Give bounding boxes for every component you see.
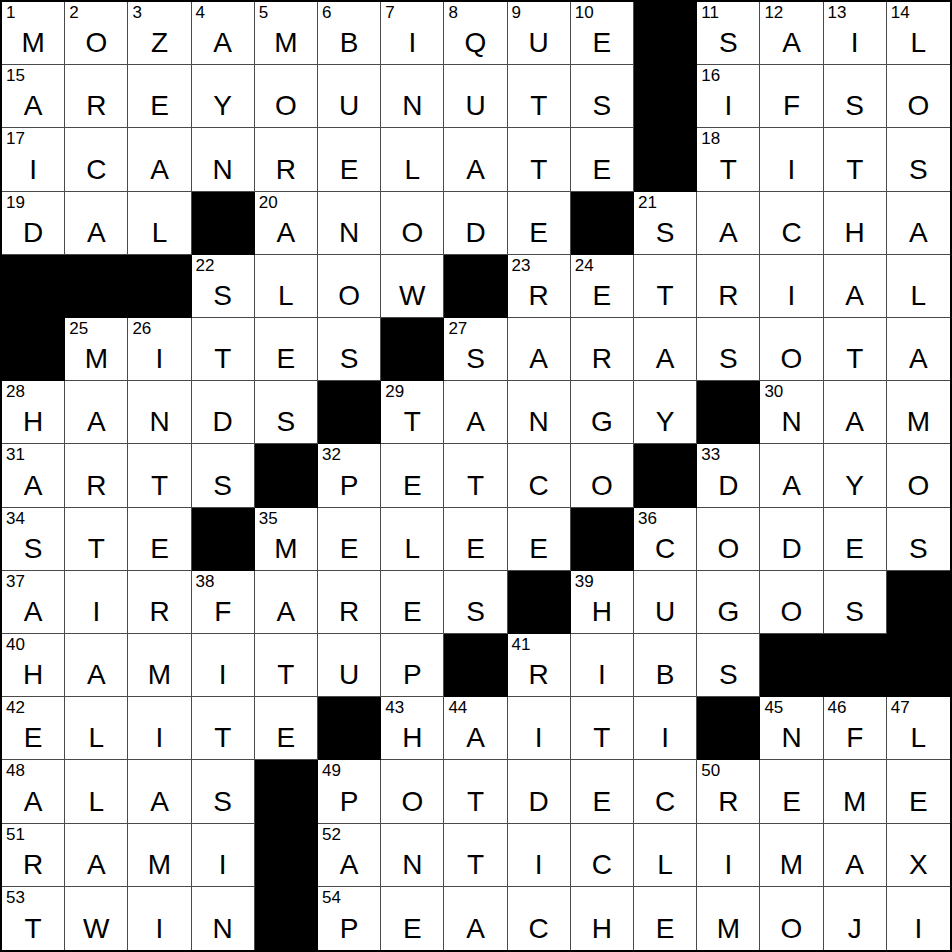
- cell-letter: A: [65, 851, 127, 879]
- cell-letter: I: [128, 724, 190, 752]
- cell-r6c9[interactable]: A: [508, 318, 571, 381]
- cell-letter: L: [887, 724, 950, 752]
- cell-r11c7[interactable]: P: [381, 634, 444, 697]
- cell-r14c2[interactable]: A: [65, 824, 128, 887]
- cell-letter: S: [192, 282, 254, 310]
- cell-r9c11[interactable]: 36C: [634, 508, 697, 571]
- cell-r14c6[interactable]: 52A: [318, 824, 381, 887]
- clue-number: 50: [701, 761, 720, 781]
- cell-r2c4[interactable]: Y: [192, 65, 255, 128]
- cell-r15c10[interactable]: H: [571, 887, 634, 950]
- cell-letter: E: [571, 156, 633, 184]
- cell-r6c10[interactable]: R: [571, 318, 634, 381]
- block-cell-r11c14: [824, 634, 887, 697]
- cell-r13c9[interactable]: D: [508, 760, 571, 823]
- clue-number: 48: [6, 761, 25, 781]
- cell-r10c7[interactable]: E: [381, 571, 444, 634]
- cell-letter: N: [760, 724, 822, 752]
- cell-letter: I: [697, 851, 759, 879]
- cell-letter: A: [65, 219, 127, 247]
- cell-r3c15[interactable]: S: [887, 128, 950, 191]
- cell-r3c12[interactable]: 18T: [697, 128, 760, 191]
- cell-r10c11[interactable]: U: [634, 571, 697, 634]
- cell-r4c12[interactable]: A: [697, 192, 760, 255]
- cell-r1c5[interactable]: 5M: [255, 2, 318, 65]
- cell-letter: U: [318, 92, 380, 120]
- clue-number: 24: [575, 256, 594, 276]
- cell-r2c5[interactable]: O: [255, 65, 318, 128]
- clue-number: 5: [259, 3, 268, 23]
- cell-r3c6[interactable]: E: [318, 128, 381, 191]
- cell-letter: N: [760, 408, 822, 436]
- cell-letter: D: [2, 219, 64, 247]
- clue-number: 32: [322, 445, 341, 465]
- cell-r3c13[interactable]: I: [760, 128, 823, 191]
- cell-letter: C: [760, 219, 822, 247]
- cell-letter: S: [634, 219, 696, 247]
- clue-number: 36: [638, 509, 657, 529]
- cell-r15c13[interactable]: O: [760, 887, 823, 950]
- cell-r12c10[interactable]: T: [571, 697, 634, 760]
- cell-r8c15[interactable]: O: [887, 444, 950, 507]
- cell-r12c4[interactable]: T: [192, 697, 255, 760]
- cell-r7c9[interactable]: N: [508, 381, 571, 444]
- clue-number: 11: [701, 3, 719, 23]
- cell-r12c8[interactable]: 44A: [444, 697, 507, 760]
- cell-letter: I: [192, 661, 254, 689]
- cell-r14c9[interactable]: I: [508, 824, 571, 887]
- cell-r14c10[interactable]: C: [571, 824, 634, 887]
- cell-letter: I: [824, 29, 886, 57]
- cell-r4c6[interactable]: N: [318, 192, 381, 255]
- cell-r8c8[interactable]: T: [444, 444, 507, 507]
- cell-r11c4[interactable]: I: [192, 634, 255, 697]
- cell-letter: N: [381, 851, 443, 879]
- block-cell-r5c1: [2, 255, 65, 318]
- cell-letter: E: [444, 535, 506, 563]
- cell-letter: O: [697, 535, 759, 563]
- cell-r11c9[interactable]: 41R: [508, 634, 571, 697]
- cell-letter: R: [697, 282, 759, 310]
- cell-letter: E: [381, 598, 443, 626]
- cell-r12c5[interactable]: E: [255, 697, 318, 760]
- cell-r6c11[interactable]: A: [634, 318, 697, 381]
- cell-r4c3[interactable]: L: [128, 192, 191, 255]
- cell-r8c6[interactable]: 32P: [318, 444, 381, 507]
- cell-letter: E: [571, 282, 633, 310]
- cell-r3c5[interactable]: R: [255, 128, 318, 191]
- cell-r2c3[interactable]: E: [128, 65, 191, 128]
- cell-r9c13[interactable]: D: [760, 508, 823, 571]
- cell-r3c3[interactable]: A: [128, 128, 191, 191]
- cell-r7c7[interactable]: 29T: [381, 381, 444, 444]
- cell-r7c11[interactable]: Y: [634, 381, 697, 444]
- cell-r8c1[interactable]: 31A: [2, 444, 65, 507]
- block-cell-r11c8: [444, 634, 507, 697]
- cell-r13c10[interactable]: E: [571, 760, 634, 823]
- cell-r1c14[interactable]: 13I: [824, 2, 887, 65]
- cell-r1c4[interactable]: 4A: [192, 2, 255, 65]
- cell-letter: O: [381, 788, 443, 816]
- cell-r13c13[interactable]: E: [760, 760, 823, 823]
- cell-r10c10[interactable]: 39H: [571, 571, 634, 634]
- cell-r14c7[interactable]: N: [381, 824, 444, 887]
- cell-letter: I: [192, 851, 254, 879]
- cell-r2c6[interactable]: U: [318, 65, 381, 128]
- cell-r15c2[interactable]: W: [65, 887, 128, 950]
- cell-r9c5[interactable]: 35M: [255, 508, 318, 571]
- clue-number: 35: [259, 509, 278, 529]
- cell-r12c3[interactable]: I: [128, 697, 191, 760]
- clue-number: 30: [764, 382, 783, 402]
- cell-r10c8[interactable]: S: [444, 571, 507, 634]
- cell-letter: L: [65, 724, 127, 752]
- cell-r4c2[interactable]: A: [65, 192, 128, 255]
- cell-r8c4[interactable]: S: [192, 444, 255, 507]
- cell-r9c14[interactable]: E: [824, 508, 887, 571]
- cell-r12c2[interactable]: L: [65, 697, 128, 760]
- cell-r5c7[interactable]: W: [381, 255, 444, 318]
- cell-r7c15[interactable]: M: [887, 381, 950, 444]
- block-cell-r6c7: [381, 318, 444, 381]
- cell-r13c11[interactable]: C: [634, 760, 697, 823]
- cell-r9c2[interactable]: T: [65, 508, 128, 571]
- cell-letter: O: [571, 472, 633, 500]
- cell-r13c2[interactable]: L: [65, 760, 128, 823]
- cell-r15c7[interactable]: E: [381, 887, 444, 950]
- cell-r10c13[interactable]: O: [760, 571, 823, 634]
- cell-r8c10[interactable]: O: [571, 444, 634, 507]
- cell-r14c4[interactable]: I: [192, 824, 255, 887]
- cell-r14c11[interactable]: L: [634, 824, 697, 887]
- cell-letter: S: [887, 535, 950, 563]
- cell-letter: L: [128, 219, 190, 247]
- cell-r7c10[interactable]: G: [571, 381, 634, 444]
- cell-r12c15[interactable]: 47L: [887, 697, 950, 760]
- cell-letter: E: [508, 535, 570, 563]
- cell-r6c3[interactable]: 26I: [128, 318, 191, 381]
- cell-letter: E: [634, 915, 696, 943]
- cell-r15c8[interactable]: A: [444, 887, 507, 950]
- cell-letter: C: [634, 788, 696, 816]
- cell-letter: C: [634, 535, 696, 563]
- cell-r12c13[interactable]: 45N: [760, 697, 823, 760]
- cell-letter: I: [128, 345, 190, 373]
- cell-r3c10[interactable]: E: [571, 128, 634, 191]
- cell-r11c12[interactable]: S: [697, 634, 760, 697]
- block-cell-r14c5: [255, 824, 318, 887]
- cell-r14c15[interactable]: X: [887, 824, 950, 887]
- cell-r3c14[interactable]: T: [824, 128, 887, 191]
- cell-r13c8[interactable]: T: [444, 760, 507, 823]
- cell-r12c1[interactable]: 42E: [2, 697, 65, 760]
- cell-letter: F: [192, 598, 254, 626]
- cell-r5c15[interactable]: L: [887, 255, 950, 318]
- cell-r7c4[interactable]: D: [192, 381, 255, 444]
- cell-letter: N: [192, 915, 254, 943]
- cell-r1c2[interactable]: 2O: [65, 2, 128, 65]
- cell-r14c8[interactable]: T: [444, 824, 507, 887]
- cell-letter: E: [381, 472, 443, 500]
- cell-r15c9[interactable]: C: [508, 887, 571, 950]
- cell-r12c9[interactable]: I: [508, 697, 571, 760]
- cell-r11c5[interactable]: T: [255, 634, 318, 697]
- cell-r11c11[interactable]: B: [634, 634, 697, 697]
- cell-r1c15[interactable]: 14L: [887, 2, 950, 65]
- cell-r5c4[interactable]: 22S: [192, 255, 255, 318]
- cell-r3c2[interactable]: C: [65, 128, 128, 191]
- cell-letter: H: [2, 408, 64, 436]
- cell-letter: X: [887, 851, 950, 879]
- cell-letter: A: [318, 851, 380, 879]
- clue-number: 39: [575, 572, 594, 592]
- cell-letter: A: [128, 156, 190, 184]
- cell-letter: U: [508, 29, 570, 57]
- cell-r9c9[interactable]: E: [508, 508, 571, 571]
- cell-r10c3[interactable]: R: [128, 571, 191, 634]
- clue-number: 54: [322, 888, 341, 908]
- cell-r6c14[interactable]: T: [824, 318, 887, 381]
- cell-letter: M: [760, 851, 822, 879]
- cell-r1c8[interactable]: 8Q: [444, 2, 507, 65]
- cell-r5c10[interactable]: 24E: [571, 255, 634, 318]
- cell-letter: I: [571, 661, 633, 689]
- cell-r8c9[interactable]: C: [508, 444, 571, 507]
- cell-r10c12[interactable]: G: [697, 571, 760, 634]
- cell-r5c12[interactable]: R: [697, 255, 760, 318]
- cell-r11c10[interactable]: I: [571, 634, 634, 697]
- cell-r15c1[interactable]: 53T: [2, 887, 65, 950]
- cell-r9c15[interactable]: S: [887, 508, 950, 571]
- cell-r1c3[interactable]: 3Z: [128, 2, 191, 65]
- cell-r3c1[interactable]: 17I: [2, 128, 65, 191]
- cell-r7c14[interactable]: A: [824, 381, 887, 444]
- cell-r2c12[interactable]: 16I: [697, 65, 760, 128]
- cell-r10c5[interactable]: A: [255, 571, 318, 634]
- cell-r2c13[interactable]: F: [760, 65, 823, 128]
- clue-number: 33: [701, 445, 720, 465]
- cell-r6c15[interactable]: A: [887, 318, 950, 381]
- cell-r14c13[interactable]: M: [760, 824, 823, 887]
- cell-r2c15[interactable]: O: [887, 65, 950, 128]
- cell-r13c3[interactable]: A: [128, 760, 191, 823]
- cell-r1c12[interactable]: 11S: [697, 2, 760, 65]
- cell-r14c3[interactable]: M: [128, 824, 191, 887]
- cell-r1c6[interactable]: 6B: [318, 2, 381, 65]
- clue-number: 45: [764, 698, 783, 718]
- cell-letter: B: [634, 661, 696, 689]
- crossword-grid: 1M2O3Z4A5M6B7I8Q9U10E11S12A13I14L15AREYO…: [0, 0, 952, 952]
- cell-r7c8[interactable]: A: [444, 381, 507, 444]
- cell-r12c11[interactable]: I: [634, 697, 697, 760]
- cell-r8c13[interactable]: A: [760, 444, 823, 507]
- cell-r12c14[interactable]: 46F: [824, 697, 887, 760]
- cell-r11c1[interactable]: 40H: [2, 634, 65, 697]
- cell-letter: S: [697, 345, 759, 373]
- cell-letter: A: [128, 788, 190, 816]
- cell-r1c7[interactable]: 7I: [381, 2, 444, 65]
- cell-r5c6[interactable]: O: [318, 255, 381, 318]
- cell-r2c14[interactable]: S: [824, 65, 887, 128]
- cell-r10c6[interactable]: R: [318, 571, 381, 634]
- cell-r4c1[interactable]: 19D: [2, 192, 65, 255]
- cell-letter: H: [2, 661, 64, 689]
- cell-letter: L: [381, 156, 443, 184]
- cell-r2c9[interactable]: T: [508, 65, 571, 128]
- cell-letter: W: [65, 915, 127, 943]
- cell-r3c4[interactable]: N: [192, 128, 255, 191]
- cell-r12c7[interactable]: 43H: [381, 697, 444, 760]
- cell-r14c12[interactable]: I: [697, 824, 760, 887]
- cell-r15c12[interactable]: M: [697, 887, 760, 950]
- cell-r8c7[interactable]: E: [381, 444, 444, 507]
- cell-letter: T: [128, 472, 190, 500]
- cell-r14c1[interactable]: 51R: [2, 824, 65, 887]
- clue-number: 43: [385, 698, 404, 718]
- cell-r7c5[interactable]: S: [255, 381, 318, 444]
- cell-r5c14[interactable]: A: [824, 255, 887, 318]
- cell-r7c2[interactable]: A: [65, 381, 128, 444]
- cell-r15c11[interactable]: E: [634, 887, 697, 950]
- cell-r15c4[interactable]: N: [192, 887, 255, 950]
- cell-r4c11[interactable]: 21S: [634, 192, 697, 255]
- cell-letter: O: [760, 915, 822, 943]
- cell-r9c3[interactable]: E: [128, 508, 191, 571]
- cell-r13c6[interactable]: 49P: [318, 760, 381, 823]
- cell-r4c8[interactable]: D: [444, 192, 507, 255]
- cell-r5c5[interactable]: L: [255, 255, 318, 318]
- cell-r9c12[interactable]: O: [697, 508, 760, 571]
- cell-r13c7[interactable]: O: [381, 760, 444, 823]
- cell-r9c6[interactable]: E: [318, 508, 381, 571]
- cell-letter: Z: [128, 29, 190, 57]
- cell-r8c12[interactable]: 33D: [697, 444, 760, 507]
- clue-number: 10: [575, 3, 594, 23]
- cell-r11c3[interactable]: M: [128, 634, 191, 697]
- cell-r13c1[interactable]: 48A: [2, 760, 65, 823]
- cell-r1c1[interactable]: 1M: [2, 2, 65, 65]
- cell-r10c1[interactable]: 37A: [2, 571, 65, 634]
- cell-letter: T: [444, 472, 506, 500]
- cell-r11c2[interactable]: A: [65, 634, 128, 697]
- cell-letter: I: [128, 915, 190, 943]
- cell-r4c15[interactable]: A: [887, 192, 950, 255]
- cell-r9c1[interactable]: 34S: [2, 508, 65, 571]
- cell-r6c12[interactable]: S: [697, 318, 760, 381]
- block-cell-r7c6: [318, 381, 381, 444]
- cell-r10c4[interactable]: 38F: [192, 571, 255, 634]
- cell-r7c1[interactable]: 28H: [2, 381, 65, 444]
- cell-r10c14[interactable]: S: [824, 571, 887, 634]
- cell-letter: R: [508, 661, 570, 689]
- cell-r7c13[interactable]: 30N: [760, 381, 823, 444]
- cell-r5c9[interactable]: 23R: [508, 255, 571, 318]
- cell-letter: R: [2, 851, 64, 879]
- cell-letter: A: [760, 29, 822, 57]
- cell-r9c8[interactable]: E: [444, 508, 507, 571]
- cell-letter: E: [571, 29, 633, 57]
- cell-r3c7[interactable]: L: [381, 128, 444, 191]
- cell-letter: R: [128, 598, 190, 626]
- cell-letter: L: [65, 788, 127, 816]
- cell-r15c15[interactable]: I: [887, 887, 950, 950]
- cell-r4c5[interactable]: 20A: [255, 192, 318, 255]
- cell-letter: L: [634, 851, 696, 879]
- cell-r8c2[interactable]: R: [65, 444, 128, 507]
- cell-r9c7[interactable]: L: [381, 508, 444, 571]
- cell-letter: H: [571, 598, 633, 626]
- cell-r6c4[interactable]: T: [192, 318, 255, 381]
- cell-r2c1[interactable]: 15A: [2, 65, 65, 128]
- cell-r1c9[interactable]: 9U: [508, 2, 571, 65]
- cell-r4c7[interactable]: O: [381, 192, 444, 255]
- cell-letter: N: [318, 219, 380, 247]
- cell-r4c14[interactable]: H: [824, 192, 887, 255]
- cell-letter: N: [508, 408, 570, 436]
- cell-r13c4[interactable]: S: [192, 760, 255, 823]
- cell-letter: A: [634, 345, 696, 373]
- block-cell-r5c8: [444, 255, 507, 318]
- cell-letter: R: [255, 156, 317, 184]
- cell-letter: P: [318, 472, 380, 500]
- cell-r1c10[interactable]: 10E: [571, 2, 634, 65]
- cell-r2c10[interactable]: S: [571, 65, 634, 128]
- cell-r6c13[interactable]: O: [760, 318, 823, 381]
- cell-letter: R: [508, 282, 570, 310]
- cell-r13c15[interactable]: E: [887, 760, 950, 823]
- clue-number: 6: [322, 3, 331, 23]
- cell-r3c9[interactable]: T: [508, 128, 571, 191]
- cell-r6c6[interactable]: S: [318, 318, 381, 381]
- cell-letter: H: [571, 915, 633, 943]
- block-cell-r9c4: [192, 508, 255, 571]
- cell-letter: M: [697, 915, 759, 943]
- cell-r8c3[interactable]: T: [128, 444, 191, 507]
- cell-letter: O: [318, 282, 380, 310]
- cell-r14c14[interactable]: A: [824, 824, 887, 887]
- clue-number: 17: [6, 129, 25, 149]
- cell-r15c14[interactable]: J: [824, 887, 887, 950]
- cell-r3c8[interactable]: A: [444, 128, 507, 191]
- cell-r2c2[interactable]: R: [65, 65, 128, 128]
- cell-r7c3[interactable]: N: [128, 381, 191, 444]
- cell-r10c2[interactable]: I: [65, 571, 128, 634]
- cell-r8c14[interactable]: Y: [824, 444, 887, 507]
- cell-r1c13[interactable]: 12A: [760, 2, 823, 65]
- cell-r5c13[interactable]: I: [760, 255, 823, 318]
- cell-r15c6[interactable]: 54P: [318, 887, 381, 950]
- block-cell-r15c5: [255, 887, 318, 950]
- cell-r13c12[interactable]: 50R: [697, 760, 760, 823]
- cell-r4c9[interactable]: E: [508, 192, 571, 255]
- cell-r15c3[interactable]: I: [128, 887, 191, 950]
- cell-letter: E: [255, 724, 317, 752]
- cell-r11c6[interactable]: U: [318, 634, 381, 697]
- cell-r2c8[interactable]: U: [444, 65, 507, 128]
- cell-r6c2[interactable]: 25M: [65, 318, 128, 381]
- cell-r6c5[interactable]: E: [255, 318, 318, 381]
- cell-r4c13[interactable]: C: [760, 192, 823, 255]
- cell-r13c14[interactable]: M: [824, 760, 887, 823]
- cell-letter: D: [192, 408, 254, 436]
- cell-letter: R: [318, 598, 380, 626]
- cell-r5c11[interactable]: T: [634, 255, 697, 318]
- cell-letter: T: [508, 92, 570, 120]
- cell-r6c8[interactable]: 27S: [444, 318, 507, 381]
- block-cell-r4c10: [571, 192, 634, 255]
- cell-r2c7[interactable]: N: [381, 65, 444, 128]
- cell-letter: J: [824, 915, 886, 943]
